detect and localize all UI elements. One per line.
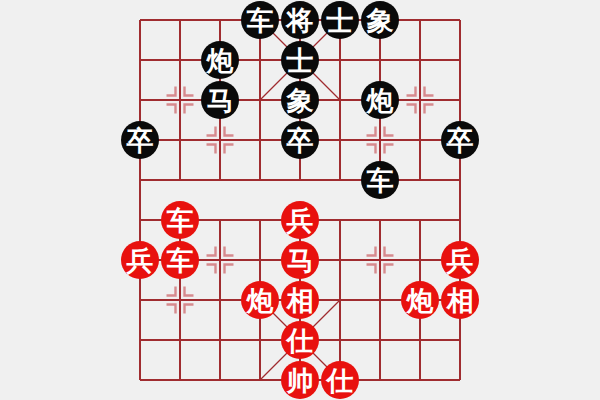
piece-black-chariot[interactable]: 车 <box>361 161 399 199</box>
piece-black-advisor[interactable]: 士 <box>321 1 359 39</box>
piece-red-elephant[interactable]: 相 <box>281 281 319 319</box>
piece-red-soldier[interactable]: 兵 <box>121 241 159 279</box>
xiangqi-board: 车将士象炮士马象炮卒卒卒车车兵兵车马兵炮相炮相仕帅仕 <box>0 0 600 400</box>
piece-black-chariot[interactable]: 车 <box>241 1 279 39</box>
screenshot-canvas: 车将士象炮士马象炮卒卒卒车车兵兵车马兵炮相炮相仕帅仕 <box>0 0 600 400</box>
piece-black-soldier[interactable]: 卒 <box>441 121 479 159</box>
piece-black-elephant[interactable]: 象 <box>281 81 319 119</box>
piece-red-general[interactable]: 帅 <box>281 361 319 399</box>
piece-red-cannon[interactable]: 炮 <box>401 281 439 319</box>
piece-red-soldier[interactable]: 兵 <box>281 201 319 239</box>
piece-red-advisor[interactable]: 仕 <box>281 321 319 359</box>
piece-black-cannon[interactable]: 炮 <box>201 41 239 79</box>
piece-red-soldier[interactable]: 兵 <box>441 241 479 279</box>
piece-red-horse[interactable]: 马 <box>281 241 319 279</box>
piece-red-advisor[interactable]: 仕 <box>321 361 359 399</box>
pieces-layer: 车将士象炮士马象炮卒卒卒车车兵兵车马兵炮相炮相仕帅仕 <box>0 0 600 400</box>
piece-black-horse[interactable]: 马 <box>201 81 239 119</box>
piece-red-cannon[interactable]: 炮 <box>241 281 279 319</box>
piece-black-soldier[interactable]: 卒 <box>281 121 319 159</box>
piece-black-advisor[interactable]: 士 <box>281 41 319 79</box>
piece-black-elephant[interactable]: 象 <box>361 1 399 39</box>
piece-red-chariot[interactable]: 车 <box>161 241 199 279</box>
piece-red-elephant[interactable]: 相 <box>441 281 479 319</box>
piece-red-chariot[interactable]: 车 <box>161 201 199 239</box>
piece-black-general[interactable]: 将 <box>281 1 319 39</box>
piece-black-cannon[interactable]: 炮 <box>361 81 399 119</box>
piece-black-soldier[interactable]: 卒 <box>121 121 159 159</box>
